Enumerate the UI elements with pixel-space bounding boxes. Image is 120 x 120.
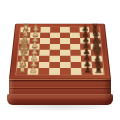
white-pawn: ♟: [29, 66, 37, 75]
box-base-molding: [7, 94, 113, 105]
square: [39, 62, 50, 68]
square: ♟: [81, 68, 92, 75]
black-rook: ♜: [94, 65, 103, 75]
black-pawn: ♟: [83, 66, 91, 75]
white-rook: ♜: [17, 65, 26, 75]
square: ♜: [92, 68, 103, 75]
square: ♜: [16, 68, 27, 75]
square: [49, 62, 60, 68]
square: [38, 68, 49, 75]
chess-set-photo: ♜♟♟♜♞♟♟♞♝♟♟♝♛♟♟♛♚♟♟♚♝♟♟♝♞♟♟♞♜♟♟♜: [0, 0, 120, 120]
square: [60, 68, 71, 75]
board-frame: ♜♟♟♜♞♟♟♞♝♟♟♝♛♟♟♛♚♟♟♚♝♟♟♝♞♟♟♞♜♟♟♜: [9, 24, 111, 79]
square: [60, 62, 71, 68]
square: [49, 68, 60, 75]
square: ♟: [27, 68, 38, 75]
square: [71, 62, 82, 68]
square: [71, 68, 82, 75]
board-grid: ♜♟♟♜♞♟♟♞♝♟♟♝♛♟♟♛♚♟♟♚♝♟♟♝♞♟♟♞♜♟♟♜: [16, 27, 103, 75]
chess-board: ♜♟♟♜♞♟♟♞♝♟♟♝♛♟♟♛♚♟♟♚♝♟♟♝♞♟♟♞♜♟♟♜: [9, 24, 111, 79]
